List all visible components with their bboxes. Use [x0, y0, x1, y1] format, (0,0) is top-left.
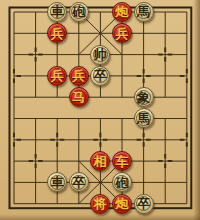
piece-black-horse[interactable]: 馬: [134, 108, 154, 128]
piece-glyph: 卒: [72, 175, 85, 188]
piece-black-elephant[interactable]: 象: [134, 87, 154, 107]
piece-black-cannon[interactable]: 砲: [69, 2, 89, 22]
piece-black-soldier[interactable]: 卒: [134, 194, 154, 214]
piece-glyph: 兵: [51, 69, 64, 82]
piece-glyph: 兵: [115, 26, 128, 39]
piece-red-cannon[interactable]: 炮: [112, 2, 132, 22]
piece-glyph: 砲: [115, 175, 128, 188]
piece-red-cannon[interactable]: 炮: [112, 194, 132, 214]
piece-black-soldier[interactable]: 卒: [69, 172, 89, 192]
piece-glyph: 馬: [137, 5, 150, 18]
piece-black-soldier[interactable]: 卒: [90, 66, 110, 86]
piece-glyph: 帅: [94, 48, 107, 61]
piece-red-chariot[interactable]: 车: [112, 151, 132, 171]
piece-glyph: 象: [137, 90, 150, 103]
piece-black-chariot[interactable]: 車: [47, 2, 67, 22]
piece-red-general[interactable]: 将: [90, 194, 110, 214]
piece-red-soldier[interactable]: 兵: [47, 23, 67, 43]
piece-glyph: 将: [94, 197, 107, 210]
piece-red-soldier[interactable]: 兵: [112, 23, 132, 43]
piece-glyph: 車: [51, 5, 64, 18]
piece-glyph: 马: [72, 90, 85, 103]
piece-red-elephant[interactable]: 相: [90, 151, 110, 171]
piece-glyph: 兵: [51, 26, 64, 39]
piece-black-general[interactable]: 帅: [90, 45, 110, 65]
piece-glyph: 车: [115, 154, 128, 167]
piece-glyph: 卒: [137, 197, 150, 210]
piece-glyph: 炮: [115, 197, 128, 210]
xiangqi-board: 車砲炮馬兵兵帅兵兵卒马象馬相车車卒砲将炮卒: [0, 0, 200, 220]
piece-glyph: 卒: [94, 69, 107, 82]
piece-red-soldier[interactable]: 兵: [47, 66, 67, 86]
piece-glyph: 馬: [137, 111, 150, 124]
piece-black-chariot[interactable]: 車: [47, 172, 67, 192]
piece-glyph: 相: [94, 154, 107, 167]
piece-glyph: 炮: [115, 5, 128, 18]
piece-glyph: 車: [51, 175, 64, 188]
piece-glyph: 兵: [72, 69, 85, 82]
piece-red-horse[interactable]: 马: [69, 87, 89, 107]
piece-layer: 車砲炮馬兵兵帅兵兵卒马象馬相车車卒砲将炮卒: [3, 1, 197, 214]
piece-glyph: 砲: [72, 5, 85, 18]
piece-black-cannon[interactable]: 砲: [112, 172, 132, 192]
piece-red-soldier[interactable]: 兵: [69, 66, 89, 86]
piece-black-horse[interactable]: 馬: [134, 2, 154, 22]
